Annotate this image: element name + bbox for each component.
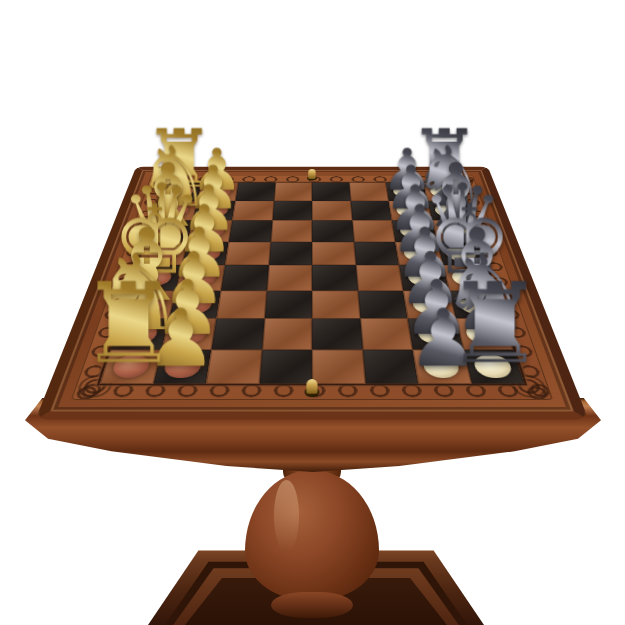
square-g4[interactable] <box>262 318 312 349</box>
square-c4[interactable] <box>270 220 312 241</box>
square-g5[interactable] <box>312 318 362 349</box>
brass-knob-near[interactable] <box>305 387 320 397</box>
square-h1[interactable]: ♜ <box>100 349 161 383</box>
square-b5[interactable] <box>312 201 352 221</box>
square-f4[interactable] <box>264 290 312 318</box>
square-a4[interactable] <box>274 183 312 201</box>
square-h5[interactable] <box>312 349 365 383</box>
table-top: ♜♟♟♜♞♟♟♞♝♟♟♝♛♟♟♛♚♟♟♚♝♟♟♝♞♟♟♞♜♟♟♜ <box>35 167 588 420</box>
square-h8[interactable]: ♜ <box>463 349 524 383</box>
square-h4[interactable] <box>259 349 312 383</box>
photo-canvas: ♜♟♟♜♞♟♟♞♝♟♟♝♛♟♟♛♚♟♟♚♝♟♟♝♞♟♟♞♜♟♟♜ <box>0 0 625 625</box>
brass-knob-cap <box>306 379 317 394</box>
square-e5[interactable] <box>312 265 358 290</box>
square-e4[interactable] <box>266 265 312 290</box>
gold-rook[interactable]: ♜ <box>79 275 178 375</box>
brass-knob-far[interactable] <box>307 176 317 181</box>
silver-rook[interactable]: ♜ <box>446 275 545 375</box>
leather-mat: ♜♟♟♜♞♟♟♞♝♟♟♝♛♟♟♛♚♟♟♚♝♟♟♝♞♟♟♞♜♟♟♜ <box>71 175 554 400</box>
tabletop-scene: ♜♟♟♜♞♟♟♞♝♟♟♝♛♟♟♛♚♟♟♚♝♟♟♝♞♟♟♞♜♟♟♜ <box>0 0 625 625</box>
brass-knob-cap <box>308 169 316 179</box>
chess-board: ♜♟♟♜♞♟♟♞♝♟♟♝♛♟♟♛♚♟♟♚♝♟♟♝♞♟♟♞♜♟♟♜ <box>100 183 525 384</box>
square-b4[interactable] <box>272 201 312 221</box>
square-c5[interactable] <box>312 220 354 241</box>
square-d4[interactable] <box>269 242 313 265</box>
square-a5[interactable] <box>312 183 350 201</box>
square-d5[interactable] <box>312 242 356 265</box>
square-f5[interactable] <box>312 290 360 318</box>
